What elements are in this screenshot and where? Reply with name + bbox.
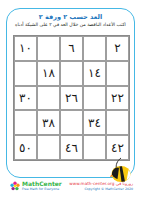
worksheet-title: العد حسب ٢ ورقة ٢ xyxy=(7,13,134,21)
grid-cell-r1c4[interactable] xyxy=(37,36,60,61)
logo-text: MathCenter xyxy=(22,180,62,187)
grid-cell-r1c5: ١٠ xyxy=(14,36,37,61)
grid-cell-r4c4: ٣٨ xyxy=(37,110,60,135)
grid-cell-r2c4: ١٨ xyxy=(37,61,60,86)
mathcenter-flower-icon xyxy=(10,181,20,191)
number-grid: ٢٦١٠١٤١٨٢٢٢٦٣٠٣٤٣٨٤٢٤٦٥٠ xyxy=(13,35,130,161)
grid-cell-r4c1[interactable] xyxy=(106,110,129,135)
grid-cell-r2c3[interactable] xyxy=(60,61,83,86)
grid-cell-r3c1: ٢٢ xyxy=(106,86,129,111)
grid-cell-r1c2[interactable] xyxy=(83,36,106,61)
visit-link[interactable]: زورونا في www.math-center.org xyxy=(69,181,133,187)
grid-cell-r1c3: ٦ xyxy=(60,36,83,61)
grid-cell-r3c3: ٢٦ xyxy=(60,86,83,111)
site-info: زورونا في www.math-center.org Copyright … xyxy=(69,181,133,191)
grid-cell-r5c4[interactable] xyxy=(37,135,60,160)
grid-cell-r5c5: ٥٠ xyxy=(14,135,37,160)
grid-cell-r2c2: ١٤ xyxy=(83,61,106,86)
grid-cell-r5c3: ٤٦ xyxy=(60,135,83,160)
grid-cell-r2c5[interactable] xyxy=(14,61,37,86)
grid-cell-r4c2: ٣٤ xyxy=(83,110,106,135)
worksheet-card: العد حسب ٢ ورقة ٢ اكتب الأعداد الناقصة م… xyxy=(6,8,135,178)
grid-cell-r4c3[interactable] xyxy=(60,110,83,135)
grid-cell-r1c1: ٢ xyxy=(106,36,129,61)
grid-cell-r3c5: ٣٠ xyxy=(14,86,37,111)
worksheet-instruction: اكتب الأعداد الناقصة من خلال العد في ٢ ع… xyxy=(9,22,132,28)
worksheet-page: العد حسب ٢ ورقة ٢ اكتب الأعداد الناقصة م… xyxy=(0,0,141,200)
logo-tagline: Free Math for Everyone xyxy=(22,187,62,191)
grid-cell-r4c5[interactable] xyxy=(14,110,37,135)
grid-cell-r5c2[interactable] xyxy=(83,135,106,160)
grid-cell-r2c1[interactable] xyxy=(106,61,129,86)
footer: MathCenter Free Math for Everyone زورونا… xyxy=(0,180,141,200)
grid-cell-r3c4[interactable] xyxy=(37,86,60,111)
grid-cell-r3c2[interactable] xyxy=(83,86,106,111)
copyright-text: Copyright © MathCenter 2020 xyxy=(69,187,133,192)
mathcenter-logo[interactable]: MathCenter Free Math for Everyone xyxy=(10,180,62,191)
